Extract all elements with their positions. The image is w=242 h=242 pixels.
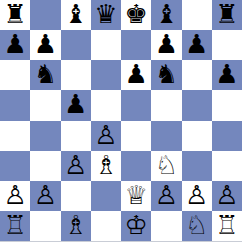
square-f6[interactable]: ♞	[151, 60, 181, 90]
piece-white-bishop[interactable]: ♗	[94, 152, 117, 178]
piece-white-pawn[interactable]: ♙	[94, 122, 117, 148]
piece-black-knight[interactable]: ♞	[155, 61, 178, 87]
piece-white-knight[interactable]: ♘	[155, 152, 178, 178]
square-d4[interactable]: ♙	[91, 121, 121, 151]
square-f7[interactable]: ♟	[151, 30, 181, 60]
piece-black-rook[interactable]: ♜	[215, 1, 238, 27]
square-b8[interactable]	[30, 0, 60, 30]
square-f8[interactable]: ♝	[151, 0, 181, 30]
square-b3[interactable]	[30, 151, 60, 181]
piece-white-pawn[interactable]: ♙	[155, 182, 178, 208]
piece-white-queen[interactable]: ♕	[124, 182, 147, 208]
square-c8[interactable]: ♝	[61, 0, 91, 30]
square-e8[interactable]: ♚	[121, 0, 151, 30]
square-a6[interactable]	[0, 60, 30, 90]
square-f1[interactable]	[151, 211, 181, 241]
piece-white-pawn[interactable]: ♙	[34, 182, 57, 208]
piece-black-pawn[interactable]: ♟	[3, 31, 26, 57]
chess-board-container: ♜♝♛♚♝♜♟♟♟♟♞♟♞♟♟♙♙♗♘♙♙♕♙♙♙♖♗♔♘♖	[0, 0, 242, 242]
piece-black-bishop[interactable]: ♝	[155, 1, 178, 27]
piece-white-pawn[interactable]: ♙	[185, 182, 208, 208]
square-e2[interactable]: ♕	[121, 181, 151, 211]
square-d5[interactable]	[91, 90, 121, 120]
piece-black-pawn[interactable]: ♟	[185, 31, 208, 57]
square-h1[interactable]: ♖	[212, 211, 242, 241]
piece-black-pawn[interactable]: ♟	[64, 91, 87, 117]
square-d7[interactable]	[91, 30, 121, 60]
piece-white-pawn[interactable]: ♙	[215, 182, 238, 208]
square-b6[interactable]: ♞	[30, 60, 60, 90]
square-d1[interactable]	[91, 211, 121, 241]
square-a4[interactable]	[0, 121, 30, 151]
piece-black-pawn[interactable]: ♟	[34, 31, 57, 57]
square-g3[interactable]	[182, 151, 212, 181]
piece-white-rook[interactable]: ♖	[3, 212, 26, 238]
piece-black-queen[interactable]: ♛	[94, 1, 117, 27]
square-f2[interactable]: ♙	[151, 181, 181, 211]
square-c5[interactable]: ♟	[61, 90, 91, 120]
square-a2[interactable]: ♙	[0, 181, 30, 211]
square-g5[interactable]	[182, 90, 212, 120]
square-c3[interactable]: ♙	[61, 151, 91, 181]
square-a8[interactable]: ♜	[0, 0, 30, 30]
square-e3[interactable]	[121, 151, 151, 181]
square-e1[interactable]: ♔	[121, 211, 151, 241]
square-h4[interactable]	[212, 121, 242, 151]
piece-black-bishop[interactable]: ♝	[64, 1, 87, 27]
piece-white-knight[interactable]: ♘	[185, 212, 208, 238]
square-b5[interactable]	[30, 90, 60, 120]
square-a3[interactable]	[0, 151, 30, 181]
square-f5[interactable]	[151, 90, 181, 120]
piece-black-pawn[interactable]: ♟	[155, 31, 178, 57]
piece-black-pawn[interactable]: ♟	[215, 61, 238, 87]
square-h3[interactable]	[212, 151, 242, 181]
square-d6[interactable]	[91, 60, 121, 90]
square-b2[interactable]: ♙	[30, 181, 60, 211]
square-g2[interactable]: ♙	[182, 181, 212, 211]
square-b7[interactable]: ♟	[30, 30, 60, 60]
piece-white-bishop[interactable]: ♗	[64, 212, 87, 238]
piece-black-king[interactable]: ♚	[124, 1, 147, 27]
square-a5[interactable]	[0, 90, 30, 120]
square-e6[interactable]: ♟	[121, 60, 151, 90]
piece-black-pawn[interactable]: ♟	[124, 61, 147, 87]
square-g1[interactable]: ♘	[182, 211, 212, 241]
piece-white-pawn[interactable]: ♙	[64, 152, 87, 178]
square-e7[interactable]	[121, 30, 151, 60]
square-g4[interactable]	[182, 121, 212, 151]
square-b4[interactable]	[30, 121, 60, 151]
square-e4[interactable]	[121, 121, 151, 151]
square-d2[interactable]	[91, 181, 121, 211]
square-c4[interactable]	[61, 121, 91, 151]
square-c2[interactable]	[61, 181, 91, 211]
piece-black-rook[interactable]: ♜	[3, 1, 26, 27]
piece-black-knight[interactable]: ♞	[34, 61, 57, 87]
piece-white-king[interactable]: ♔	[124, 212, 147, 238]
square-a1[interactable]: ♖	[0, 211, 30, 241]
piece-white-pawn[interactable]: ♙	[3, 182, 26, 208]
square-c7[interactable]	[61, 30, 91, 60]
square-g8[interactable]	[182, 0, 212, 30]
chess-board: ♜♝♛♚♝♜♟♟♟♟♞♟♞♟♟♙♙♗♘♙♙♕♙♙♙♖♗♔♘♖	[0, 0, 242, 242]
square-c1[interactable]: ♗	[61, 211, 91, 241]
square-d3[interactable]: ♗	[91, 151, 121, 181]
square-a7[interactable]: ♟	[0, 30, 30, 60]
square-h5[interactable]	[212, 90, 242, 120]
square-f4[interactable]	[151, 121, 181, 151]
square-c6[interactable]	[61, 60, 91, 90]
square-e5[interactable]	[121, 90, 151, 120]
square-h7[interactable]	[212, 30, 242, 60]
piece-white-rook[interactable]: ♖	[215, 212, 238, 238]
square-f3[interactable]: ♘	[151, 151, 181, 181]
square-g7[interactable]: ♟	[182, 30, 212, 60]
square-h8[interactable]: ♜	[212, 0, 242, 30]
square-h6[interactable]: ♟	[212, 60, 242, 90]
square-h2[interactable]: ♙	[212, 181, 242, 211]
square-d8[interactable]: ♛	[91, 0, 121, 30]
square-b1[interactable]	[30, 211, 60, 241]
square-g6[interactable]	[182, 60, 212, 90]
